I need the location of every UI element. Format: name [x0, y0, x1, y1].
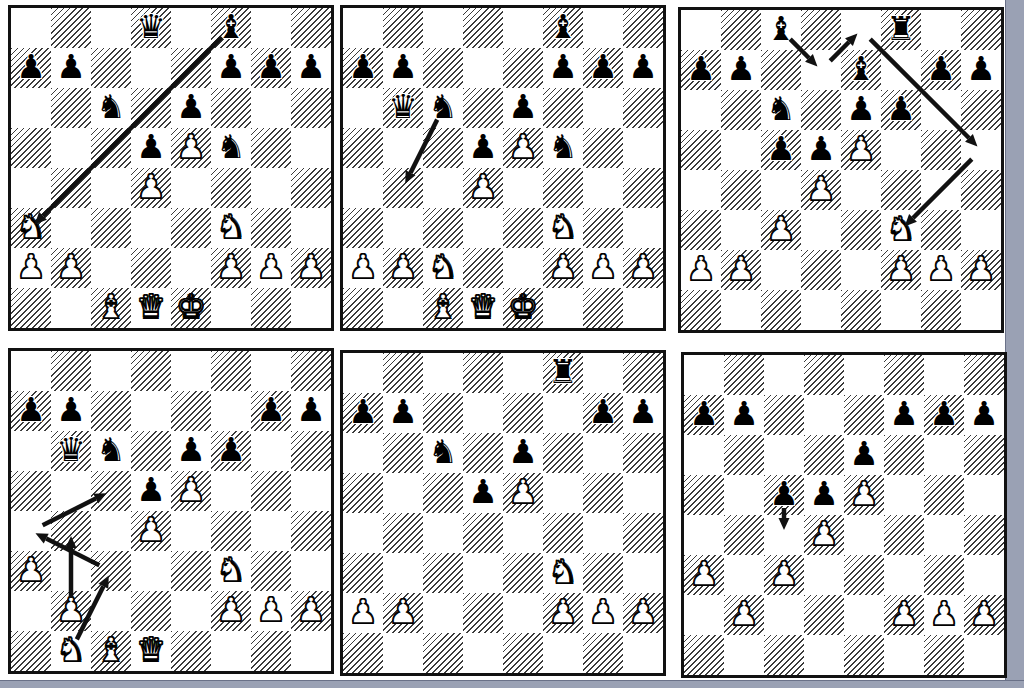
square-g1	[583, 288, 623, 328]
black-knight: ♞	[548, 127, 578, 167]
square-f8: ♜	[543, 353, 583, 393]
square-b1	[51, 288, 91, 328]
square-f5	[211, 471, 251, 511]
square-c3: ♟	[761, 210, 801, 250]
black-pawn: ♟	[969, 394, 999, 434]
square-d8: ♛	[131, 8, 171, 48]
square-d8	[463, 353, 503, 393]
chess-diagram-5: ♜♟♟♟♟♞♟♟♟♞♟♟♟♟♟	[340, 350, 666, 676]
square-c5: ♟	[761, 130, 801, 170]
square-c5: ♟	[764, 475, 804, 515]
square-d8	[804, 355, 844, 395]
square-a3	[343, 208, 383, 248]
white-pawn: ♟	[849, 474, 879, 514]
black-pawn: ♟	[886, 89, 916, 129]
white-pawn: ♟	[769, 554, 799, 594]
square-h1	[623, 288, 663, 328]
square-e3	[844, 555, 884, 595]
square-d2	[131, 248, 171, 288]
square-g2: ♟	[924, 595, 964, 635]
square-a2: ♟	[11, 248, 51, 288]
black-pawn: ♟	[348, 392, 378, 432]
square-a3: ♞	[11, 208, 51, 248]
black-pawn: ♟	[929, 394, 959, 434]
square-h7: ♟	[961, 50, 1001, 90]
white-knight: ♞	[548, 552, 578, 592]
square-g5	[251, 471, 291, 511]
square-f7	[211, 391, 251, 431]
square-f6	[543, 433, 583, 473]
square-b2: ♟	[721, 250, 761, 290]
square-d8	[463, 8, 503, 48]
square-a4	[11, 168, 51, 208]
square-e2	[171, 248, 211, 288]
square-e5: ♟	[841, 130, 881, 170]
square-h7: ♟	[964, 395, 1004, 435]
black-rook: ♜	[886, 9, 916, 49]
square-e7	[171, 391, 211, 431]
black-pawn: ♟	[16, 390, 46, 430]
square-a6	[343, 433, 383, 473]
white-pawn: ♟	[588, 247, 618, 287]
square-b2: ♟	[383, 593, 423, 633]
square-d6	[131, 88, 171, 128]
square-c7	[761, 50, 801, 90]
black-pawn: ♟	[216, 430, 246, 470]
square-c6: ♞	[91, 431, 131, 471]
square-b1	[721, 290, 761, 330]
square-h8	[961, 10, 1001, 50]
square-c2	[764, 595, 804, 635]
square-a8	[11, 8, 51, 48]
square-c1	[761, 290, 801, 330]
square-h7: ♟	[623, 48, 663, 88]
square-g8	[583, 8, 623, 48]
square-e1	[844, 635, 884, 675]
square-d3	[804, 555, 844, 595]
white-knight: ♞	[216, 550, 246, 590]
square-f7	[881, 50, 921, 90]
square-b8	[51, 351, 91, 391]
square-f2: ♟	[211, 248, 251, 288]
square-e6: ♟	[503, 88, 543, 128]
black-pawn: ♟	[136, 470, 166, 510]
black-knight: ♞	[428, 432, 458, 472]
square-a1	[684, 635, 724, 675]
square-e6: ♟	[503, 433, 543, 473]
square-f5	[881, 130, 921, 170]
square-a3: ♟	[11, 551, 51, 591]
square-d6	[804, 435, 844, 475]
square-a1	[11, 288, 51, 328]
square-c5	[423, 473, 463, 513]
square-f5: ♞	[211, 128, 251, 168]
square-h2: ♟	[623, 248, 663, 288]
square-c8	[91, 351, 131, 391]
square-a6	[681, 90, 721, 130]
square-h4	[623, 513, 663, 553]
square-g3	[583, 553, 623, 593]
square-g4	[924, 515, 964, 555]
square-a4	[11, 511, 51, 551]
square-g2: ♟	[251, 591, 291, 631]
square-e3	[503, 208, 543, 248]
square-f4	[543, 168, 583, 208]
square-b7: ♟	[383, 393, 423, 433]
square-h1	[291, 631, 331, 671]
square-c8	[423, 353, 463, 393]
square-c6	[764, 435, 804, 475]
black-rook: ♜	[548, 352, 578, 392]
square-d1: ♛	[131, 288, 171, 328]
square-e4	[171, 511, 211, 551]
square-a4	[343, 513, 383, 553]
square-f8	[211, 351, 251, 391]
square-d7	[801, 50, 841, 90]
black-queen: ♛	[388, 87, 418, 127]
square-f5	[884, 475, 924, 515]
square-c2	[91, 591, 131, 631]
white-pawn: ♟	[929, 594, 959, 634]
square-f6	[884, 435, 924, 475]
square-f2: ♟	[881, 250, 921, 290]
square-d5: ♟	[804, 475, 844, 515]
square-g8	[583, 353, 623, 393]
square-e6: ♟	[841, 90, 881, 130]
black-pawn: ♟	[56, 390, 86, 430]
square-h7: ♟	[623, 393, 663, 433]
square-e2	[171, 591, 211, 631]
square-h5	[291, 471, 331, 511]
black-pawn: ♟	[216, 47, 246, 87]
square-f8: ♝	[211, 8, 251, 48]
square-b6	[721, 90, 761, 130]
black-pawn: ♟	[256, 390, 286, 430]
white-bishop: ♝	[96, 630, 126, 670]
square-b7: ♟	[724, 395, 764, 435]
square-h2: ♟	[623, 593, 663, 633]
square-b1	[383, 288, 423, 328]
square-h8	[623, 353, 663, 393]
square-g2: ♟	[583, 593, 623, 633]
black-knight: ♞	[766, 89, 796, 129]
square-g8	[251, 351, 291, 391]
square-g6	[924, 435, 964, 475]
square-g7: ♟	[251, 391, 291, 431]
square-g2: ♟	[251, 248, 291, 288]
square-b5	[383, 128, 423, 168]
black-pawn: ♟	[926, 49, 956, 89]
square-b2: ♟	[51, 248, 91, 288]
square-e8	[503, 8, 543, 48]
chess-diagram-4: ♟♟♟♟♛♞♟♟♟♟♟♟♞♟♟♟♟♞♝♛	[8, 348, 334, 674]
square-b3	[51, 208, 91, 248]
white-pawn: ♟	[548, 592, 578, 632]
white-knight: ♞	[428, 247, 458, 287]
square-g7: ♟	[583, 393, 623, 433]
white-pawn: ♟	[216, 590, 246, 630]
square-f7: ♟	[543, 48, 583, 88]
square-g8	[924, 355, 964, 395]
white-pawn: ♟	[296, 590, 326, 630]
square-f1	[211, 288, 251, 328]
square-f1	[543, 288, 583, 328]
square-e1	[171, 631, 211, 671]
square-b2: ♟	[383, 248, 423, 288]
square-e5: ♟	[503, 128, 543, 168]
square-g6	[251, 88, 291, 128]
white-pawn: ♟	[588, 592, 618, 632]
square-g4	[251, 511, 291, 551]
square-c3	[423, 553, 463, 593]
square-c2	[91, 248, 131, 288]
white-pawn: ♟	[16, 550, 46, 590]
square-b7: ♟	[383, 48, 423, 88]
square-h1	[623, 633, 663, 673]
square-d2	[804, 595, 844, 635]
square-e4	[503, 168, 543, 208]
square-e1	[841, 290, 881, 330]
square-b5	[383, 473, 423, 513]
square-a2	[684, 595, 724, 635]
square-a6	[11, 88, 51, 128]
square-b4	[721, 170, 761, 210]
black-knight: ♞	[216, 127, 246, 167]
black-pawn: ♟	[176, 430, 206, 470]
square-f6: ♟	[211, 431, 251, 471]
square-a7: ♟	[681, 50, 721, 90]
white-knight: ♞	[16, 207, 46, 247]
white-pawn: ♟	[846, 129, 876, 169]
square-c8	[764, 355, 804, 395]
white-pawn: ♟	[348, 247, 378, 287]
square-d7	[131, 391, 171, 431]
square-a5	[11, 471, 51, 511]
square-a2: ♟	[343, 248, 383, 288]
square-g5	[921, 130, 961, 170]
white-knight: ♞	[886, 209, 916, 249]
black-pawn: ♟	[16, 47, 46, 87]
square-a7: ♟	[11, 391, 51, 431]
square-g4	[251, 168, 291, 208]
square-e4	[841, 170, 881, 210]
square-e3	[841, 210, 881, 250]
square-a3	[681, 210, 721, 250]
square-a8	[684, 355, 724, 395]
square-g1	[251, 631, 291, 671]
square-h4	[291, 511, 331, 551]
square-b6: ♛	[383, 88, 423, 128]
square-e8	[171, 351, 211, 391]
square-d1: ♛	[463, 288, 503, 328]
square-a4	[343, 168, 383, 208]
black-pawn: ♟	[388, 392, 418, 432]
square-c6: ♞	[423, 88, 463, 128]
black-pawn: ♟	[348, 47, 378, 87]
square-d4: ♟	[804, 515, 844, 555]
white-pawn: ♟	[216, 247, 246, 287]
black-pawn: ♟	[766, 129, 796, 169]
square-b3	[51, 551, 91, 591]
white-pawn: ♟	[686, 249, 716, 289]
square-d1	[463, 633, 503, 673]
square-h8	[291, 351, 331, 391]
square-e5: ♟	[171, 471, 211, 511]
square-b6: ♛	[51, 431, 91, 471]
square-c2	[761, 250, 801, 290]
square-d4: ♟	[801, 170, 841, 210]
white-king: ♚	[508, 287, 538, 327]
square-b6	[724, 435, 764, 475]
square-b1	[383, 633, 423, 673]
square-d8	[801, 10, 841, 50]
black-pawn: ♟	[729, 394, 759, 434]
square-b6	[383, 433, 423, 473]
square-h1	[961, 290, 1001, 330]
square-g4	[583, 513, 623, 553]
square-h3	[291, 551, 331, 591]
square-g4	[583, 168, 623, 208]
square-g3	[251, 208, 291, 248]
square-h2: ♟	[291, 591, 331, 631]
square-f2: ♟	[884, 595, 924, 635]
square-g3	[583, 208, 623, 248]
square-h7: ♟	[291, 48, 331, 88]
square-f2: ♟	[543, 248, 583, 288]
square-a7: ♟	[343, 48, 383, 88]
square-e2	[503, 248, 543, 288]
black-pawn: ♟	[548, 47, 578, 87]
square-a4	[681, 170, 721, 210]
white-queen: ♛	[136, 287, 166, 327]
square-e6: ♟	[844, 435, 884, 475]
square-h2: ♟	[961, 250, 1001, 290]
square-e8	[171, 8, 211, 48]
square-a2: ♟	[681, 250, 721, 290]
square-h3	[623, 208, 663, 248]
white-pawn: ♟	[16, 247, 46, 287]
square-f4	[884, 515, 924, 555]
square-a5	[684, 475, 724, 515]
black-pawn: ♟	[846, 89, 876, 129]
square-d3	[131, 551, 171, 591]
chess-diagram-2: ♝♟♟♟♟♟♛♞♟♟♟♞♟♞♟♟♞♟♟♟♝♛♚	[340, 5, 666, 331]
square-c7	[764, 395, 804, 435]
square-f2: ♟	[211, 591, 251, 631]
white-pawn: ♟	[726, 249, 756, 289]
square-h3	[964, 555, 1004, 595]
white-pawn: ♟	[548, 247, 578, 287]
square-e3	[503, 553, 543, 593]
board-grid-4: ♟♟♟♟♛♞♟♟♟♟♟♟♞♟♟♟♟♞♝♛	[11, 351, 331, 671]
black-pawn: ♟	[889, 394, 919, 434]
square-c1: ♝	[91, 631, 131, 671]
black-pawn: ♟	[468, 127, 498, 167]
square-b8	[383, 8, 423, 48]
square-b4	[724, 515, 764, 555]
white-pawn: ♟	[296, 247, 326, 287]
square-e5: ♟	[171, 128, 211, 168]
square-b3	[721, 210, 761, 250]
square-g3	[924, 555, 964, 595]
white-queen: ♛	[468, 287, 498, 327]
white-pawn: ♟	[508, 472, 538, 512]
square-d6	[131, 431, 171, 471]
square-a5	[343, 128, 383, 168]
white-knight: ♞	[548, 207, 578, 247]
square-h2: ♟	[291, 248, 331, 288]
square-h5	[961, 130, 1001, 170]
square-c5	[423, 128, 463, 168]
square-e3	[171, 208, 211, 248]
white-pawn: ♟	[176, 470, 206, 510]
white-pawn: ♟	[628, 247, 658, 287]
square-a3	[343, 553, 383, 593]
black-pawn: ♟	[56, 47, 86, 87]
black-pawn: ♟	[628, 392, 658, 432]
white-pawn: ♟	[886, 249, 916, 289]
square-a6	[343, 88, 383, 128]
black-pawn: ♟	[809, 474, 839, 514]
square-d4: ♟	[463, 168, 503, 208]
square-c6: ♞	[91, 88, 131, 128]
square-h4	[961, 170, 1001, 210]
square-d6	[463, 433, 503, 473]
square-f8	[884, 355, 924, 395]
square-d6	[801, 90, 841, 130]
board-grid-6: ♟♟♟♟♟♟♟♟♟♟♟♟♟♟♟♟	[684, 355, 1004, 675]
square-c7	[91, 391, 131, 431]
square-f8: ♜	[881, 10, 921, 50]
square-b7: ♟	[51, 48, 91, 88]
square-a7: ♟	[684, 395, 724, 435]
square-f5	[543, 473, 583, 513]
square-e7	[171, 48, 211, 88]
square-d5: ♟	[131, 471, 171, 511]
square-e6: ♟	[171, 88, 211, 128]
square-h5	[964, 475, 1004, 515]
square-b2: ♟	[51, 591, 91, 631]
square-c3	[91, 551, 131, 591]
square-b8	[383, 353, 423, 393]
black-pawn: ♟	[508, 432, 538, 472]
square-f1	[543, 633, 583, 673]
square-c8: ♝	[761, 10, 801, 50]
square-d2	[131, 591, 171, 631]
black-bishop: ♝	[766, 9, 796, 49]
square-a1	[681, 290, 721, 330]
square-e2	[503, 593, 543, 633]
square-b3	[383, 208, 423, 248]
square-e2	[844, 595, 884, 635]
square-f3: ♞	[543, 553, 583, 593]
square-g1	[251, 288, 291, 328]
square-a2: ♟	[343, 593, 383, 633]
square-f6: ♟	[881, 90, 921, 130]
square-e6: ♟	[171, 431, 211, 471]
square-g2: ♟	[921, 250, 961, 290]
square-h6	[961, 90, 1001, 130]
square-d5: ♟	[463, 128, 503, 168]
square-c7	[423, 393, 463, 433]
white-pawn: ♟	[136, 167, 166, 207]
black-bishop: ♝	[548, 7, 578, 47]
square-a5	[11, 128, 51, 168]
chess-diagram-6: ♟♟♟♟♟♟♟♟♟♟♟♟♟♟♟♟	[681, 352, 1007, 678]
square-b5	[51, 128, 91, 168]
square-d4: ♟	[131, 168, 171, 208]
square-f4	[211, 168, 251, 208]
